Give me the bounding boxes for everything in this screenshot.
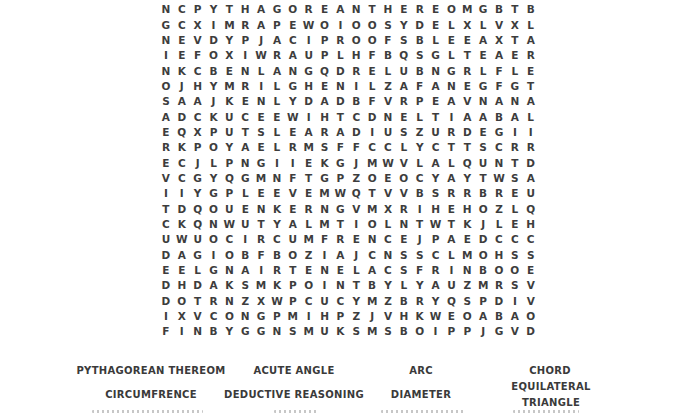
grid-cell: B	[491, 109, 507, 124]
grid-cell: A	[285, 48, 301, 63]
grid-cell: A	[428, 155, 444, 170]
grid-cell: X	[221, 48, 237, 63]
grid-cell: A	[332, 2, 348, 17]
grid-cell: Y	[221, 324, 237, 339]
grid-cell: E	[285, 201, 301, 216]
grid-cell: H	[491, 247, 507, 262]
grid-cell: R	[158, 140, 174, 155]
grid-cell: B	[237, 247, 253, 262]
grid-cell: P	[206, 125, 222, 140]
grid-cell: E	[301, 186, 317, 201]
grid-cell: O	[285, 2, 301, 17]
grid-cell: K	[221, 94, 237, 109]
grid-cell: V	[190, 309, 206, 324]
cutoff-word-fragment	[513, 410, 579, 413]
grid-cell: Y	[380, 278, 396, 293]
cutoff-word-fragment	[92, 410, 203, 413]
grid-cell: M	[301, 140, 317, 155]
grid-cell: R	[332, 232, 348, 247]
grid-cell: C	[428, 140, 444, 155]
grid-cell: E	[507, 217, 523, 232]
grid-cell: U	[190, 232, 206, 247]
grid-cell: R	[301, 2, 317, 17]
grid-cell: E	[443, 309, 459, 324]
grid-cell: A	[332, 247, 348, 262]
grid-cell: C	[428, 247, 444, 262]
grid-cell: B	[206, 324, 222, 339]
grid-cell: T	[428, 109, 444, 124]
grid-cell: X	[491, 33, 507, 48]
grid-cell: N	[253, 201, 269, 216]
grid-cell: C	[174, 17, 190, 32]
grid-cell: N	[221, 263, 237, 278]
grid-cell: R	[237, 17, 253, 32]
grid-cell: F	[348, 140, 364, 155]
grid-cell: O	[443, 2, 459, 17]
word-search-grid: NCPYTHAGOREANTHEREOMGBTBGCXIMRAPEWOIOOSY…	[158, 2, 539, 339]
grid-cell: O	[174, 293, 190, 308]
grid-cell: A	[523, 33, 539, 48]
grid-cell: Z	[380, 79, 396, 94]
grid-cell: Y	[396, 17, 412, 32]
grid-cell: V	[396, 186, 412, 201]
grid-cell: M	[475, 278, 491, 293]
grid-cell: B	[475, 263, 491, 278]
grid-cell: O	[475, 201, 491, 216]
grid-cell: I	[269, 155, 285, 170]
word-list-item: CIRCUMFRENCE	[105, 389, 197, 401]
grid-cell: E	[428, 17, 444, 32]
grid-cell: I	[253, 79, 269, 94]
grid-cell: Z	[348, 309, 364, 324]
grid-cell: A	[523, 94, 539, 109]
grid-cell: B	[396, 293, 412, 308]
grid-cell: V	[523, 293, 539, 308]
grid-cell: R	[317, 125, 333, 140]
grid-cell: Q	[190, 201, 206, 216]
grid-cell: A	[475, 109, 491, 124]
grid-cell: F	[412, 263, 428, 278]
grid-cell: I	[158, 186, 174, 201]
grid-cell: W	[174, 232, 190, 247]
grid-cell: R	[428, 263, 444, 278]
grid-cell: S	[237, 278, 253, 293]
grid-cell: E	[301, 263, 317, 278]
grid-cell: I	[158, 309, 174, 324]
grid-cell: H	[396, 309, 412, 324]
grid-cell: C	[237, 109, 253, 124]
grid-cell: C	[507, 232, 523, 247]
grid-cell: R	[253, 232, 269, 247]
grid-cell: I	[507, 125, 523, 140]
grid-cell: I	[507, 293, 523, 308]
grid-cell: V	[380, 309, 396, 324]
grid-cell: O	[317, 17, 333, 32]
grid-cell: D	[348, 125, 364, 140]
grid-cell: O	[206, 232, 222, 247]
grid-cell: I	[301, 33, 317, 48]
grid-cell: N	[158, 2, 174, 17]
grid-cell: U	[317, 293, 333, 308]
grid-cell: X	[507, 17, 523, 32]
grid-cell: N	[317, 201, 333, 216]
grid-cell: O	[221, 247, 237, 262]
grid-cell: P	[459, 324, 475, 339]
grid-cell: C	[174, 171, 190, 186]
grid-cell: M	[317, 186, 333, 201]
grid-cell: U	[158, 232, 174, 247]
grid-cell: E	[269, 186, 285, 201]
grid-cell: T	[523, 79, 539, 94]
grid-cell: A	[443, 232, 459, 247]
word-list-item: ARC	[409, 365, 433, 377]
grid-cell: F	[364, 94, 380, 109]
grid-cell: I	[443, 263, 459, 278]
grid-cell: V	[380, 186, 396, 201]
grid-cell: I	[253, 263, 269, 278]
grid-cell: D	[206, 33, 222, 48]
grid-cell: E	[475, 125, 491, 140]
grid-cell: R	[523, 140, 539, 155]
grid-cell: N	[491, 155, 507, 170]
grid-cell: M	[364, 155, 380, 170]
grid-cell: A	[332, 125, 348, 140]
grid-cell: S	[475, 140, 491, 155]
grid-cell: N	[237, 63, 253, 78]
grid-cell: O	[475, 247, 491, 262]
grid-cell: U	[285, 232, 301, 247]
grid-cell: O	[285, 247, 301, 262]
grid-cell: V	[348, 201, 364, 216]
grid-cell: N	[332, 79, 348, 94]
grid-cell: C	[285, 33, 301, 48]
grid-cell: T	[364, 2, 380, 17]
grid-cell: O	[364, 33, 380, 48]
grid-cell: D	[301, 94, 317, 109]
grid-cell: Q	[317, 63, 333, 78]
grid-cell: E	[285, 125, 301, 140]
grid-cell: B	[412, 33, 428, 48]
grid-cell: X	[174, 309, 190, 324]
grid-cell: T	[348, 278, 364, 293]
grid-cell: C	[380, 263, 396, 278]
grid-cell: A	[428, 278, 444, 293]
grid-cell: M	[459, 2, 475, 17]
grid-cell: R	[459, 63, 475, 78]
grid-cell: T	[459, 48, 475, 63]
grid-cell: Q	[174, 125, 190, 140]
grid-cell: R	[507, 140, 523, 155]
grid-cell: H	[190, 79, 206, 94]
grid-cell: L	[523, 17, 539, 32]
grid-cell: E	[253, 140, 269, 155]
grid-cell: V	[158, 171, 174, 186]
grid-cell: Q	[221, 171, 237, 186]
grid-cell: M	[301, 232, 317, 247]
grid-cell: Q	[459, 155, 475, 170]
grid-cell: Y	[348, 293, 364, 308]
grid-cell: M	[459, 247, 475, 262]
grid-cell: O	[364, 17, 380, 32]
grid-cell: B	[396, 324, 412, 339]
grid-cell: G	[491, 324, 507, 339]
grid-cell: I	[301, 109, 317, 124]
grid-cell: P	[443, 324, 459, 339]
grid-cell: B	[491, 309, 507, 324]
grid-cell: Y	[428, 171, 444, 186]
grid-cell: G	[332, 201, 348, 216]
grid-cell: Y	[412, 278, 428, 293]
grid-cell: R	[269, 263, 285, 278]
grid-cell: L	[301, 217, 317, 232]
grid-cell: J	[475, 217, 491, 232]
grid-cell: Y	[206, 171, 222, 186]
grid-cell: A	[174, 94, 190, 109]
grid-cell: L	[206, 155, 222, 170]
grid-cell: U	[221, 125, 237, 140]
grid-cell: K	[174, 140, 190, 155]
grid-cell: A	[507, 109, 523, 124]
grid-cell: A	[364, 263, 380, 278]
grid-cell: C	[364, 140, 380, 155]
grid-cell: B	[491, 2, 507, 17]
grid-cell: T	[507, 155, 523, 170]
grid-cell: I	[174, 186, 190, 201]
grid-cell: I	[364, 125, 380, 140]
grid-cell: E	[253, 186, 269, 201]
grid-cell: B	[269, 247, 285, 262]
grid-cell: M	[364, 293, 380, 308]
grid-cell: U	[475, 155, 491, 170]
grid-cell: Q	[396, 48, 412, 63]
grid-cell: N	[253, 94, 269, 109]
grid-cell: F	[491, 63, 507, 78]
grid-cell: I	[332, 17, 348, 32]
grid-cell: J	[174, 79, 190, 94]
grid-cell: R	[269, 48, 285, 63]
grid-cell: A	[317, 94, 333, 109]
grid-cell: M	[317, 217, 333, 232]
grid-cell: S	[507, 278, 523, 293]
grid-cell: O	[364, 217, 380, 232]
grid-cell: H	[317, 309, 333, 324]
grid-cell: T	[443, 217, 459, 232]
grid-cell: A	[396, 79, 412, 94]
grid-cell: R	[443, 186, 459, 201]
grid-cell: R	[206, 293, 222, 308]
grid-cell: F	[491, 79, 507, 94]
grid-cell: S	[507, 171, 523, 186]
grid-cell: A	[253, 2, 269, 17]
grid-cell: U	[428, 125, 444, 140]
grid-cell: C	[301, 293, 317, 308]
grid-cell: L	[237, 186, 253, 201]
word-list-item: PYTHAGOREAN THEREOM	[76, 365, 225, 377]
grid-cell: E	[158, 125, 174, 140]
grid-cell: O	[158, 79, 174, 94]
grid-cell: L	[396, 140, 412, 155]
grid-cell: H	[459, 201, 475, 216]
grid-cell: J	[412, 232, 428, 247]
grid-cell: L	[269, 79, 285, 94]
grid-cell: P	[285, 278, 301, 293]
grid-cell: J	[348, 247, 364, 262]
grid-cell: F	[253, 247, 269, 262]
grid-cell: N	[190, 324, 206, 339]
grid-cell: Z	[380, 293, 396, 308]
grid-cell: E	[364, 63, 380, 78]
grid-cell: B	[348, 94, 364, 109]
grid-cell: N	[221, 293, 237, 308]
grid-cell: V	[491, 17, 507, 32]
grid-cell: K	[206, 109, 222, 124]
grid-cell: N	[269, 324, 285, 339]
grid-cell: A	[491, 48, 507, 63]
grid-cell: T	[158, 201, 174, 216]
grid-cell: B	[523, 2, 539, 17]
grid-cell: D	[174, 109, 190, 124]
grid-cell: N	[158, 33, 174, 48]
grid-cell: F	[285, 171, 301, 186]
grid-cell: O	[491, 263, 507, 278]
grid-cell: D	[158, 278, 174, 293]
grid-cell: E	[507, 48, 523, 63]
grid-cell: E	[237, 201, 253, 216]
grid-cell: A	[237, 263, 253, 278]
grid-cell: E	[428, 94, 444, 109]
grid-cell: L	[443, 48, 459, 63]
grid-cell: R	[412, 293, 428, 308]
grid-cell: D	[190, 278, 206, 293]
grid-cell: E	[317, 79, 333, 94]
grid-cell: H	[301, 79, 317, 94]
grid-cell: U	[443, 278, 459, 293]
grid-cell: T	[332, 109, 348, 124]
grid-cell: B	[412, 63, 428, 78]
grid-cell: L	[348, 263, 364, 278]
grid-cell: E	[317, 2, 333, 17]
grid-cell: Q	[190, 217, 206, 232]
grid-cell: N	[237, 155, 253, 170]
grid-cell: W	[285, 109, 301, 124]
grid-cell: W	[269, 293, 285, 308]
grid-cell: G	[507, 79, 523, 94]
grid-cell: R	[285, 140, 301, 155]
grid-cell: C	[190, 109, 206, 124]
grid-cell: J	[206, 94, 222, 109]
grid-cell: S	[380, 324, 396, 339]
grid-cell: Y	[412, 140, 428, 155]
grid-cell: G	[206, 186, 222, 201]
grid-cell: E	[396, 2, 412, 17]
grid-cell: G	[332, 155, 348, 170]
grid-cell: E	[396, 109, 412, 124]
grid-cell: R	[491, 186, 507, 201]
grid-cell: Y	[221, 140, 237, 155]
grid-cell: L	[491, 217, 507, 232]
grid-cell: N	[380, 247, 396, 262]
grid-cell: L	[412, 155, 428, 170]
grid-cell: H	[523, 217, 539, 232]
grid-cell: R	[237, 79, 253, 94]
grid-cell: F	[190, 48, 206, 63]
grid-cell: O	[301, 278, 317, 293]
grid-cell: D	[459, 125, 475, 140]
grid-cell: L	[380, 63, 396, 78]
grid-cell: R	[443, 125, 459, 140]
grid-cell: I	[428, 324, 444, 339]
grid-cell: N	[317, 263, 333, 278]
grid-cell: E	[221, 63, 237, 78]
word-list-item: ACUTE ANGLE	[253, 365, 334, 377]
grid-cell: G	[253, 155, 269, 170]
grid-cell: J	[348, 155, 364, 170]
grid-cell: Z	[459, 278, 475, 293]
grid-cell: A	[237, 140, 253, 155]
grid-cell: E	[158, 263, 174, 278]
grid-cell: E	[443, 33, 459, 48]
grid-cell: E	[174, 48, 190, 63]
grid-cell: M	[364, 324, 380, 339]
grid-cell: I	[158, 48, 174, 63]
grid-cell: I	[237, 232, 253, 247]
grid-cell: P	[412, 94, 428, 109]
grid-cell: N	[443, 79, 459, 94]
grid-cell: U	[237, 217, 253, 232]
grid-cell: C	[332, 293, 348, 308]
grid-cell: Y	[206, 79, 222, 94]
grid-cell: J	[364, 309, 380, 324]
grid-cell: I	[301, 309, 317, 324]
grid-cell: V	[190, 33, 206, 48]
grid-cell: D	[523, 155, 539, 170]
grid-cell: N	[269, 171, 285, 186]
grid-cell: D	[158, 293, 174, 308]
grid-cell: R	[491, 278, 507, 293]
grid-cell: I	[206, 17, 222, 32]
grid-cell: T	[412, 217, 428, 232]
grid-cell: A	[507, 309, 523, 324]
word-list-item: DEDUCTIVE REASONING	[224, 389, 364, 401]
grid-cell: V	[396, 155, 412, 170]
grid-cell: P	[475, 293, 491, 308]
grid-cell: K	[221, 278, 237, 293]
grid-cell: S	[317, 140, 333, 155]
grid-cell: O	[459, 309, 475, 324]
grid-cell: Q	[348, 186, 364, 201]
grid-cell: P	[269, 17, 285, 32]
grid-cell: L	[507, 201, 523, 216]
grid-cell: G	[491, 125, 507, 140]
grid-cell: Z	[237, 293, 253, 308]
grid-cell: J	[190, 155, 206, 170]
grid-cell: D	[174, 201, 190, 216]
grid-cell: O	[206, 201, 222, 216]
grid-cell: G	[475, 79, 491, 94]
grid-cell: C	[523, 232, 539, 247]
grid-cell: Q	[443, 293, 459, 308]
grid-cell: N	[459, 263, 475, 278]
grid-cell: E	[158, 155, 174, 170]
grid-cell: I	[174, 324, 190, 339]
grid-cell: W	[221, 217, 237, 232]
grid-cell: N	[206, 217, 222, 232]
grid-cell: Y	[428, 293, 444, 308]
grid-cell: F	[380, 33, 396, 48]
grid-cell: E	[237, 94, 253, 109]
grid-cell: R	[348, 63, 364, 78]
grid-cell: T	[364, 186, 380, 201]
